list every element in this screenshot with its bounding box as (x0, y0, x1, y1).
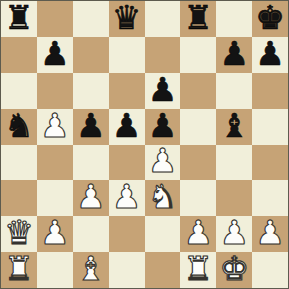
piece-white-queen: ♛ (4, 216, 34, 251)
square-g2[interactable]: ♟ (216, 216, 252, 252)
square-e6[interactable]: ♟ (145, 73, 181, 109)
square-g1[interactable]: ♚ (216, 252, 252, 288)
square-a8[interactable]: ♜ (1, 1, 37, 37)
square-b5[interactable]: ♟ (37, 109, 73, 145)
piece-black-pawn: ♟ (219, 37, 249, 72)
piece-black-pawn: ♟ (148, 73, 178, 108)
piece-black-rook: ♜ (4, 1, 34, 36)
square-g4[interactable] (216, 145, 252, 181)
piece-black-pawn: ♟ (40, 37, 70, 72)
square-g8[interactable] (216, 1, 252, 37)
square-g3[interactable] (216, 180, 252, 216)
piece-black-pawn: ♟ (112, 109, 142, 144)
square-c6[interactable] (73, 73, 109, 109)
square-a6[interactable] (1, 73, 37, 109)
square-b6[interactable] (37, 73, 73, 109)
square-e5[interactable]: ♟ (145, 109, 181, 145)
square-c1[interactable]: ♝ (73, 252, 109, 288)
piece-black-bishop: ♝ (219, 109, 249, 144)
square-b8[interactable] (37, 1, 73, 37)
chess-board-container: ♜♛♜♚♟♟♟♟♞♟♟♟♟♝♟♟♟♞♛♟♟♟♟♜♝♜♚ (0, 0, 289, 289)
square-c5[interactable]: ♟ (73, 109, 109, 145)
square-b7[interactable]: ♟ (37, 37, 73, 73)
piece-white-pawn: ♟ (40, 216, 70, 251)
square-a7[interactable] (1, 37, 37, 73)
piece-white-king: ♚ (219, 252, 249, 287)
square-g5[interactable]: ♝ (216, 109, 252, 145)
square-d1[interactable] (109, 252, 145, 288)
square-h5[interactable] (252, 109, 288, 145)
piece-black-king: ♚ (255, 1, 285, 36)
square-c4[interactable] (73, 145, 109, 181)
piece-black-rook: ♜ (184, 1, 214, 36)
square-h4[interactable] (252, 145, 288, 181)
square-h8[interactable]: ♚ (252, 1, 288, 37)
square-f3[interactable] (180, 180, 216, 216)
piece-black-queen: ♛ (112, 1, 142, 36)
piece-white-pawn: ♟ (255, 216, 285, 251)
square-c8[interactable] (73, 1, 109, 37)
square-g7[interactable]: ♟ (216, 37, 252, 73)
square-h1[interactable] (252, 252, 288, 288)
square-h2[interactable]: ♟ (252, 216, 288, 252)
square-a5[interactable]: ♞ (1, 109, 37, 145)
square-f7[interactable] (180, 37, 216, 73)
square-d8[interactable]: ♛ (109, 1, 145, 37)
square-b1[interactable] (37, 252, 73, 288)
square-e8[interactable] (145, 1, 181, 37)
chess-board: ♜♛♜♚♟♟♟♟♞♟♟♟♟♝♟♟♟♞♛♟♟♟♟♜♝♜♚ (0, 0, 289, 289)
piece-black-knight: ♞ (4, 109, 34, 144)
square-f5[interactable] (180, 109, 216, 145)
piece-black-pawn: ♟ (148, 109, 178, 144)
square-a4[interactable] (1, 145, 37, 181)
square-e3[interactable]: ♞ (145, 180, 181, 216)
piece-white-rook: ♜ (4, 252, 34, 287)
square-h3[interactable] (252, 180, 288, 216)
piece-white-pawn: ♟ (40, 109, 70, 144)
square-g6[interactable] (216, 73, 252, 109)
square-d6[interactable] (109, 73, 145, 109)
square-a3[interactable] (1, 180, 37, 216)
square-b4[interactable] (37, 145, 73, 181)
square-e4[interactable]: ♟ (145, 145, 181, 181)
square-e2[interactable] (145, 216, 181, 252)
piece-black-pawn: ♟ (255, 37, 285, 72)
piece-white-pawn: ♟ (219, 216, 249, 251)
square-h6[interactable] (252, 73, 288, 109)
square-c2[interactable] (73, 216, 109, 252)
piece-black-pawn: ♟ (76, 109, 106, 144)
square-c7[interactable] (73, 37, 109, 73)
square-d2[interactable] (109, 216, 145, 252)
square-f8[interactable]: ♜ (180, 1, 216, 37)
piece-white-knight: ♞ (148, 180, 178, 215)
square-f6[interactable] (180, 73, 216, 109)
square-e1[interactable] (145, 252, 181, 288)
square-f1[interactable]: ♜ (180, 252, 216, 288)
square-b3[interactable] (37, 180, 73, 216)
square-f4[interactable] (180, 145, 216, 181)
piece-white-pawn: ♟ (112, 180, 142, 215)
piece-white-pawn: ♟ (76, 180, 106, 215)
square-d3[interactable]: ♟ (109, 180, 145, 216)
square-a1[interactable]: ♜ (1, 252, 37, 288)
square-b2[interactable]: ♟ (37, 216, 73, 252)
square-a2[interactable]: ♛ (1, 216, 37, 252)
piece-white-pawn: ♟ (184, 216, 214, 251)
square-f2[interactable]: ♟ (180, 216, 216, 252)
square-c3[interactable]: ♟ (73, 180, 109, 216)
piece-white-bishop: ♝ (76, 252, 106, 287)
piece-white-pawn: ♟ (148, 145, 178, 180)
square-d7[interactable] (109, 37, 145, 73)
square-e7[interactable] (145, 37, 181, 73)
square-d5[interactable]: ♟ (109, 109, 145, 145)
square-h7[interactable]: ♟ (252, 37, 288, 73)
piece-white-rook: ♜ (184, 252, 214, 287)
square-d4[interactable] (109, 145, 145, 181)
